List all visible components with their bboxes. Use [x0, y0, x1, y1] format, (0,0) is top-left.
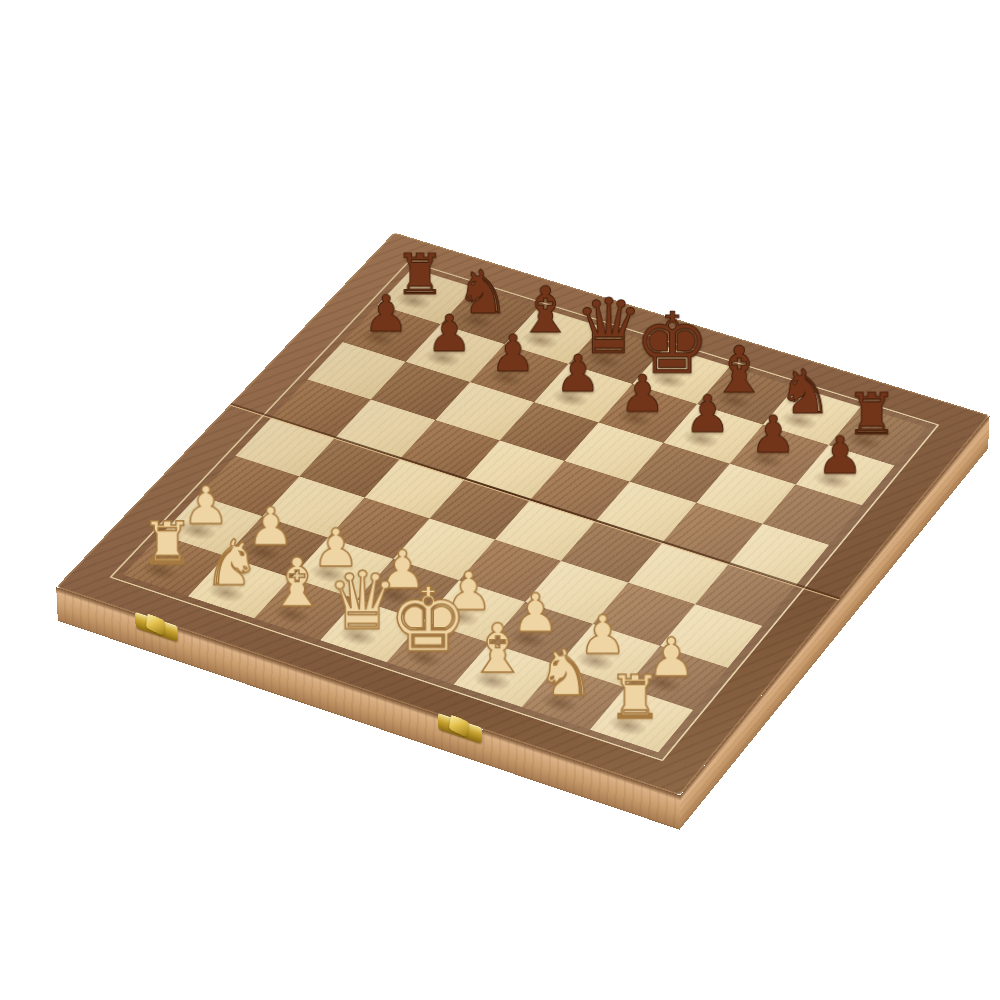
- white-rook-h1[interactable]: ♜: [590, 687, 694, 752]
- piece-glyph-rook: ♜: [558, 667, 712, 727]
- brass-latch-right: [438, 711, 482, 747]
- brass-latch-left: [135, 609, 178, 644]
- chess-board-box: ♜♞♝♛♚♝♞♜♟♟♟♟♟♟♟♟♟♟♟♟♟♟♟♟♜♞♝♛♚♝♞♜: [56, 232, 989, 795]
- product-photo-scene: ♜♞♝♛♚♝♞♜♟♟♟♟♟♟♟♟♟♟♟♟♟♟♟♟♜♞♝♛♚♝♞♜: [0, 0, 1000, 1000]
